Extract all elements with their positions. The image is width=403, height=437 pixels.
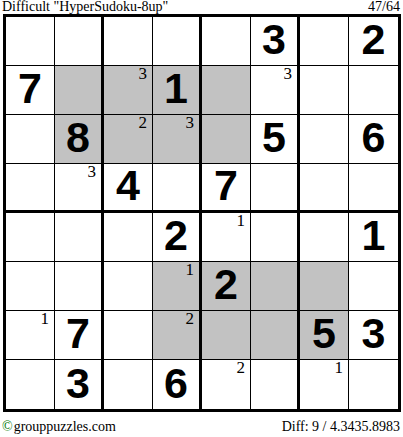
pencil-mark: 1 [237,213,246,229]
given-digit: 2 [164,214,188,257]
cell-r4c2[interactable]: 3 [55,164,104,213]
cell-r4c1[interactable] [6,164,55,213]
cell-r8c4[interactable]: 6 [153,360,202,409]
pencil-mark: 1 [186,262,195,278]
cell-r6c5[interactable]: 2 [202,262,251,311]
cell-r8c8[interactable] [349,360,398,409]
footer: ©grouppuzzles.com Diff: 9 / 4.3435.8983 [0,419,403,434]
pencil-mark: 1 [41,311,50,327]
pencil-mark: 2 [139,115,148,131]
given-digit: 2 [362,18,386,61]
cell-r8c2[interactable]: 3 [55,360,104,409]
given-digit: 5 [262,116,286,159]
cells-remaining-counter: 47/64 [368,0,400,14]
cell-r5c2[interactable] [55,213,104,262]
cell-r6c4[interactable]: 1 [153,262,202,311]
cell-r7c4[interactable]: 2 [153,311,202,360]
cell-r7c2[interactable]: 7 [55,311,104,360]
cell-r6c7[interactable] [300,262,349,311]
pencil-mark: 3 [139,66,148,82]
cell-r1c1[interactable] [6,17,55,66]
cell-r4c6[interactable] [251,164,300,213]
puzzle-title: Difficult "HyperSudoku-8up" [2,0,168,14]
given-digit: 1 [362,214,386,257]
puzzle-page: Difficult "HyperSudoku-8up" 47/64 327313… [0,0,403,437]
cell-r8c7[interactable]: 1 [300,360,349,409]
cell-r1c3[interactable] [104,17,153,66]
header: Difficult "HyperSudoku-8up" 47/64 [0,0,403,14]
pencil-mark: 3 [284,66,293,82]
given-digit: 6 [362,116,386,159]
cell-r1c8[interactable]: 2 [349,17,398,66]
cell-r7c1[interactable]: 1 [6,311,55,360]
cell-r8c1[interactable] [6,360,55,409]
cell-r3c8[interactable]: 6 [349,115,398,164]
cell-r4c5[interactable]: 7 [202,164,251,213]
given-digit: 2 [214,263,238,306]
cell-r6c6[interactable] [251,262,300,311]
cell-r4c8[interactable] [349,164,398,213]
cell-r7c6[interactable] [251,311,300,360]
cell-r3c4[interactable]: 3 [153,115,202,164]
cell-r2c2[interactable] [55,66,104,115]
pencil-mark: 1 [335,360,344,376]
cell-r2c4[interactable]: 1 [153,66,202,115]
cell-r5c4[interactable]: 2 [153,213,202,262]
cell-r5c3[interactable] [104,213,153,262]
given-digit: 7 [214,164,238,207]
given-digit: 4 [116,164,140,207]
cell-r4c3[interactable]: 4 [104,164,153,213]
cell-r8c6[interactable] [251,360,300,409]
cell-r7c5[interactable] [202,311,251,360]
cell-r7c8[interactable]: 3 [349,311,398,360]
cell-r8c3[interactable] [104,360,153,409]
cell-r6c8[interactable] [349,262,398,311]
cell-r5c7[interactable] [300,213,349,262]
cell-r2c6[interactable]: 3 [251,66,300,115]
cell-r2c5[interactable] [202,66,251,115]
pencil-mark: 3 [88,164,97,180]
cell-r3c3[interactable]: 2 [104,115,153,164]
pencil-mark: 3 [186,115,195,131]
cell-r2c7[interactable] [300,66,349,115]
cell-r5c6[interactable] [251,213,300,262]
copyright-site-text: grouppuzzles.com [14,419,116,434]
cell-r4c7[interactable] [300,164,349,213]
cell-r3c2[interactable]: 8 [55,115,104,164]
given-digit: 7 [66,312,90,355]
cell-r3c6[interactable]: 5 [251,115,300,164]
given-digit: 1 [164,67,188,110]
cell-r2c1[interactable]: 7 [6,66,55,115]
cell-r2c8[interactable] [349,66,398,115]
cell-r3c7[interactable] [300,115,349,164]
cell-r7c3[interactable] [104,311,153,360]
given-digit: 3 [362,312,386,355]
cell-r1c7[interactable] [300,17,349,66]
cell-r7c7[interactable]: 5 [300,311,349,360]
difficulty-text: Diff: 9 / 4.3435.8983 [282,419,400,434]
given-digit: 3 [262,18,286,61]
cell-r2c3[interactable]: 3 [104,66,153,115]
pencil-mark: 2 [186,311,195,327]
cell-r3c5[interactable] [202,115,251,164]
pencil-mark: 2 [237,360,246,376]
cell-r3c1[interactable] [6,115,55,164]
cell-r5c5[interactable]: 1 [202,213,251,262]
cell-r8c5[interactable]: 2 [202,360,251,409]
cell-r5c8[interactable]: 1 [349,213,398,262]
given-digit: 6 [164,362,188,405]
board: 3273138235634721112172533621 [3,14,401,412]
cell-r1c6[interactable]: 3 [251,17,300,66]
cell-r1c4[interactable] [153,17,202,66]
given-digit: 8 [66,116,90,159]
given-digit: 5 [312,312,336,355]
cell-r6c3[interactable] [104,262,153,311]
copyright-link[interactable]: ©grouppuzzles.com [2,419,116,434]
cell-r6c2[interactable] [55,262,104,311]
given-digit: 7 [18,67,42,110]
copyright-icon: © [2,419,13,434]
cell-r1c5[interactable] [202,17,251,66]
given-digit: 3 [66,362,90,405]
cell-r5c1[interactable] [6,213,55,262]
cell-r4c4[interactable] [153,164,202,213]
cell-r1c2[interactable] [55,17,104,66]
cell-r6c1[interactable] [6,262,55,311]
